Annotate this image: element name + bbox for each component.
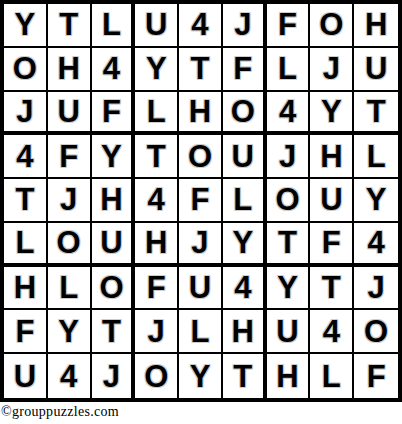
cell-r8c4: J — [135, 310, 179, 354]
cell-r2c1: O — [4, 48, 48, 92]
cell-r1c7: F — [267, 4, 311, 48]
cell-r1c1: Y — [4, 4, 48, 48]
cell-r9c3: J — [92, 354, 136, 398]
cell-r9c9: F — [354, 354, 398, 398]
cell-r6c7: T — [267, 223, 311, 267]
cell-r7c3: O — [92, 267, 136, 311]
cell-r8c5: L — [179, 310, 223, 354]
cell-r2c3: 4 — [92, 48, 136, 92]
cell-r6c8: F — [310, 223, 354, 267]
cell-r6c6: Y — [223, 223, 267, 267]
cell-r7c8: T — [310, 267, 354, 311]
cell-r2c8: J — [310, 48, 354, 92]
copyright-credit: ©grouppuzzles.com — [1, 404, 119, 420]
cell-r6c2: O — [48, 223, 92, 267]
cell-r4c2: F — [48, 135, 92, 179]
cell-r9c7: H — [267, 354, 311, 398]
cell-r5c7: O — [267, 179, 311, 223]
cell-r5c5: F — [179, 179, 223, 223]
cell-r8c7: U — [267, 310, 311, 354]
cell-r7c5: U — [179, 267, 223, 311]
cell-r7c6: 4 — [223, 267, 267, 311]
cell-r8c3: T — [92, 310, 136, 354]
cell-r2c6: F — [223, 48, 267, 92]
cell-r1c9: H — [354, 4, 398, 48]
sudoku-board: YTLU4JFOHOH4YTFLJUJUFLHO4YT4FYTOUJHLTJH4… — [0, 0, 402, 402]
cell-r3c7: 4 — [267, 92, 311, 136]
cell-r7c1: H — [4, 267, 48, 311]
cell-r5c3: H — [92, 179, 136, 223]
cell-r4c8: H — [310, 135, 354, 179]
cell-r8c6: H — [223, 310, 267, 354]
cell-r1c8: O — [310, 4, 354, 48]
cell-r5c9: Y — [354, 179, 398, 223]
cell-r1c4: U — [135, 4, 179, 48]
cell-r5c2: J — [48, 179, 92, 223]
cell-r5c6: L — [223, 179, 267, 223]
cell-r6c3: U — [92, 223, 136, 267]
cell-r1c2: T — [48, 4, 92, 48]
cell-r9c4: O — [135, 354, 179, 398]
cell-r6c4: H — [135, 223, 179, 267]
cell-r7c4: F — [135, 267, 179, 311]
cell-r3c1: J — [4, 92, 48, 136]
cell-r9c5: Y — [179, 354, 223, 398]
cell-r4c4: T — [135, 135, 179, 179]
cell-r7c9: J — [354, 267, 398, 311]
cell-r4c3: Y — [92, 135, 136, 179]
cell-r5c1: T — [4, 179, 48, 223]
cell-r3c8: Y — [310, 92, 354, 136]
cell-r3c4: L — [135, 92, 179, 136]
cell-r3c2: U — [48, 92, 92, 136]
cell-r2c5: T — [179, 48, 223, 92]
cell-r4c1: 4 — [4, 135, 48, 179]
puzzle-page: YTLU4JFOHOH4YTFLJUJUFLHO4YT4FYTOUJHLTJH4… — [0, 0, 402, 424]
cell-r9c6: T — [223, 354, 267, 398]
cell-r5c8: U — [310, 179, 354, 223]
cell-r6c5: J — [179, 223, 223, 267]
cell-r2c9: U — [354, 48, 398, 92]
cell-r4c7: J — [267, 135, 311, 179]
cell-r7c7: Y — [267, 267, 311, 311]
cell-r4c5: O — [179, 135, 223, 179]
cell-r9c1: U — [4, 354, 48, 398]
cell-r9c2: 4 — [48, 354, 92, 398]
cell-r8c8: 4 — [310, 310, 354, 354]
cell-r3c6: O — [223, 92, 267, 136]
cell-r1c5: 4 — [179, 4, 223, 48]
cell-r3c9: T — [354, 92, 398, 136]
cell-r8c1: F — [4, 310, 48, 354]
cell-r4c9: L — [354, 135, 398, 179]
cell-r2c4: Y — [135, 48, 179, 92]
cell-r8c9: O — [354, 310, 398, 354]
cell-r3c3: F — [92, 92, 136, 136]
cell-r5c4: 4 — [135, 179, 179, 223]
cell-r4c6: U — [223, 135, 267, 179]
cell-r6c1: L — [4, 223, 48, 267]
cell-r7c2: L — [48, 267, 92, 311]
cell-r1c3: L — [92, 4, 136, 48]
cell-r1c6: J — [223, 4, 267, 48]
cell-r2c2: H — [48, 48, 92, 92]
cell-r9c8: L — [310, 354, 354, 398]
cell-r6c9: 4 — [354, 223, 398, 267]
cell-r3c5: H — [179, 92, 223, 136]
cell-r8c2: Y — [48, 310, 92, 354]
cell-r2c7: L — [267, 48, 311, 92]
